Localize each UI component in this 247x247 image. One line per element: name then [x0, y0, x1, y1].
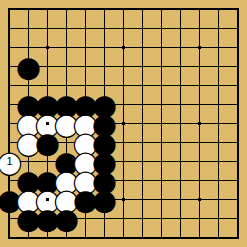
intersection-12-5[interactable] [228, 95, 247, 114]
intersection-10-12[interactable] [190, 228, 209, 247]
intersection-11-0[interactable] [209, 0, 228, 19]
intersection-7-8[interactable] [133, 152, 152, 171]
intersection-8-6[interactable] [152, 114, 171, 133]
intersection-1-0[interactable] [19, 0, 38, 19]
intersection-10-9[interactable] [190, 171, 209, 190]
intersection-9-5[interactable] [171, 95, 190, 114]
intersection-10-5[interactable] [190, 95, 209, 114]
intersection-12-3[interactable] [228, 57, 247, 76]
intersection-5-0[interactable] [95, 0, 114, 19]
intersection-11-1[interactable] [209, 19, 228, 38]
intersection-9-12[interactable] [171, 228, 190, 247]
intersection-2-12[interactable] [38, 228, 57, 247]
intersection-10-7[interactable] [190, 133, 209, 152]
intersection-9-4[interactable] [171, 76, 190, 95]
intersection-4-0[interactable] [76, 0, 95, 19]
intersection-3-2[interactable] [57, 38, 76, 57]
intersection-7-10[interactable] [133, 190, 152, 209]
intersection-3-3[interactable] [57, 57, 76, 76]
intersection-6-12[interactable] [114, 228, 133, 247]
intersection-7-6[interactable] [133, 114, 152, 133]
intersection-1-1[interactable] [19, 19, 38, 38]
intersection-12-9[interactable] [228, 171, 247, 190]
intersection-11-11[interactable] [209, 209, 228, 228]
intersection-12-0[interactable] [228, 0, 247, 19]
go-board: ●●●●●●●●●●●●●●●●1●●●●●●●●●●●●●●●●● [0, 0, 247, 247]
intersection-8-4[interactable] [152, 76, 171, 95]
intersection-5-11[interactable] [95, 209, 114, 228]
intersection-11-3[interactable] [209, 57, 228, 76]
intersection-9-3[interactable] [171, 57, 190, 76]
intersection-10-1[interactable] [190, 19, 209, 38]
intersection-7-5[interactable] [133, 95, 152, 114]
intersection-7-0[interactable] [133, 0, 152, 19]
intersection-11-7[interactable] [209, 133, 228, 152]
intersection-3-0[interactable] [57, 0, 76, 19]
intersection-8-8[interactable] [152, 152, 171, 171]
intersection-6-3[interactable] [114, 57, 133, 76]
intersection-9-11[interactable] [171, 209, 190, 228]
intersection-9-8[interactable] [171, 152, 190, 171]
intersection-0-0[interactable] [0, 0, 19, 19]
intersection-9-6[interactable] [171, 114, 190, 133]
intersection-11-5[interactable] [209, 95, 228, 114]
intersection-9-0[interactable] [171, 0, 190, 19]
intersection-8-9[interactable] [152, 171, 171, 190]
intersection-12-1[interactable] [228, 19, 247, 38]
intersection-0-12[interactable] [0, 228, 19, 247]
star-point [46, 198, 49, 201]
intersection-8-7[interactable] [152, 133, 171, 152]
intersection-4-2[interactable] [76, 38, 95, 57]
intersection-11-4[interactable] [209, 76, 228, 95]
intersection-0-1[interactable] [0, 19, 19, 38]
intersection-8-2[interactable] [152, 38, 171, 57]
intersection-12-12[interactable] [228, 228, 247, 247]
intersection-4-1[interactable] [76, 19, 95, 38]
star-point [46, 46, 49, 49]
intersection-5-10[interactable]: ● [95, 190, 114, 209]
intersection-7-9[interactable] [133, 171, 152, 190]
black-stone: ● [19, 57, 38, 76]
intersection-7-4[interactable] [133, 76, 152, 95]
star-point [122, 198, 125, 201]
intersection-7-12[interactable] [133, 228, 152, 247]
star-point [198, 46, 201, 49]
intersection-12-8[interactable] [228, 152, 247, 171]
intersection-11-2[interactable] [209, 38, 228, 57]
intersection-1-12[interactable] [19, 228, 38, 247]
intersection-5-2[interactable] [95, 38, 114, 57]
intersection-12-4[interactable] [228, 76, 247, 95]
intersection-7-7[interactable] [133, 133, 152, 152]
intersection-4-12[interactable] [76, 228, 95, 247]
intersection-9-10[interactable] [171, 190, 190, 209]
intersection-2-3[interactable] [38, 57, 57, 76]
intersection-11-9[interactable] [209, 171, 228, 190]
intersection-2-1[interactable] [38, 19, 57, 38]
intersection-3-11[interactable]: ● [57, 209, 76, 228]
intersection-7-11[interactable] [133, 209, 152, 228]
intersection-7-3[interactable] [133, 57, 152, 76]
intersection-4-11[interactable] [76, 209, 95, 228]
black-stone: ● [95, 190, 114, 209]
intersection-10-4[interactable] [190, 76, 209, 95]
intersection-9-9[interactable] [171, 171, 190, 190]
intersection-3-1[interactable] [57, 19, 76, 38]
intersection-6-11[interactable] [114, 209, 133, 228]
intersection-12-7[interactable] [228, 133, 247, 152]
intersection-7-1[interactable] [133, 19, 152, 38]
intersection-5-3[interactable] [95, 57, 114, 76]
intersection-10-3[interactable] [190, 57, 209, 76]
intersection-6-0[interactable] [114, 0, 133, 19]
intersection-3-12[interactable] [57, 228, 76, 247]
intersection-5-12[interactable] [95, 228, 114, 247]
intersection-11-6[interactable] [209, 114, 228, 133]
intersection-11-10[interactable] [209, 190, 228, 209]
intersection-8-3[interactable] [152, 57, 171, 76]
intersection-8-0[interactable] [152, 0, 171, 19]
intersection-8-5[interactable] [152, 95, 171, 114]
star-point [46, 122, 49, 125]
intersection-6-1[interactable] [114, 19, 133, 38]
intersection-7-2[interactable] [133, 38, 152, 57]
star-point [122, 122, 125, 125]
intersection-11-12[interactable] [209, 228, 228, 247]
intersection-8-12[interactable] [152, 228, 171, 247]
intersection-12-11[interactable] [228, 209, 247, 228]
intersection-11-8[interactable] [209, 152, 228, 171]
intersection-8-10[interactable] [152, 190, 171, 209]
intersection-8-11[interactable] [152, 209, 171, 228]
black-stone: ● [57, 209, 76, 228]
intersection-8-1[interactable] [152, 19, 171, 38]
intersection-12-6[interactable] [228, 114, 247, 133]
intersection-9-2[interactable] [171, 38, 190, 57]
intersection-10-0[interactable] [190, 0, 209, 19]
intersection-12-2[interactable] [228, 38, 247, 57]
star-point [198, 198, 201, 201]
star-point [198, 122, 201, 125]
intersection-5-1[interactable] [95, 19, 114, 38]
intersection-10-11[interactable] [190, 209, 209, 228]
intersection-4-3[interactable] [76, 57, 95, 76]
intersection-9-1[interactable] [171, 19, 190, 38]
intersection-12-10[interactable] [228, 190, 247, 209]
star-point [122, 46, 125, 49]
intersection-10-8[interactable] [190, 152, 209, 171]
intersection-9-7[interactable] [171, 133, 190, 152]
intersection-1-3[interactable]: ● [19, 57, 38, 76]
intersection-2-0[interactable] [38, 0, 57, 19]
